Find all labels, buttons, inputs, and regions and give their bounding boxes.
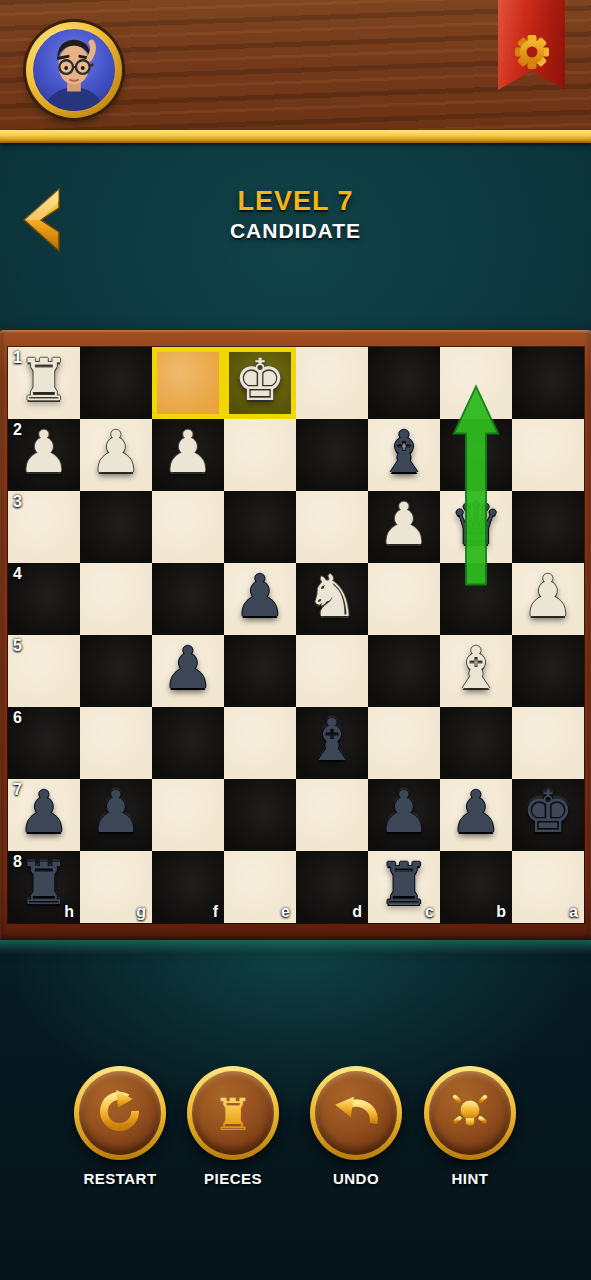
file-label-c: c [425, 903, 434, 921]
square-c2[interactable]: ♝ [368, 419, 440, 491]
square-e8[interactable]: e [224, 851, 296, 923]
square-f8[interactable]: f [152, 851, 224, 923]
piece-black-bishop[interactable]: ♝ [368, 416, 440, 488]
level-subtitle: CANDIDATE [0, 219, 591, 243]
square-g8[interactable]: g [80, 851, 152, 923]
square-d7[interactable] [296, 779, 368, 851]
square-b3[interactable]: ♛ [440, 491, 512, 563]
piece-black-pawn[interactable]: ♟ [440, 776, 512, 848]
square-a7[interactable]: ♚ [512, 779, 584, 851]
tool-restart: RESTART [60, 1066, 180, 1187]
tool-undo: UNDO [296, 1066, 416, 1187]
hint-label: HINT [410, 1170, 530, 1187]
avatar-portrait [33, 29, 115, 111]
tool-pieces: ♜ PIECES [173, 1066, 293, 1187]
undo-label: UNDO [296, 1170, 416, 1187]
piece-black-queen[interactable]: ♛ [440, 488, 512, 560]
piece-black-king[interactable]: ♚ [512, 776, 584, 848]
hint-button[interactable] [424, 1066, 516, 1160]
square-d3[interactable] [296, 491, 368, 563]
square-e6[interactable] [224, 707, 296, 779]
square-a6[interactable] [512, 707, 584, 779]
square-d1[interactable] [296, 347, 368, 419]
rank-label-2: 2 [13, 421, 22, 439]
rank-label-3: 3 [13, 493, 22, 511]
square-c4[interactable] [368, 563, 440, 635]
square-a8[interactable]: a [512, 851, 584, 923]
square-g6[interactable] [80, 707, 152, 779]
file-label-b: b [496, 903, 506, 921]
square-c8[interactable]: c♜ [368, 851, 440, 923]
rank-label-6: 6 [13, 709, 22, 727]
file-label-d: d [352, 903, 362, 921]
square-b5[interactable]: ♝ [440, 635, 512, 707]
file-label-g: g [136, 903, 146, 921]
hint-icon [445, 1088, 495, 1138]
restart-icon [95, 1088, 145, 1138]
svg-text:♜: ♜ [213, 1089, 252, 1138]
avatar[interactable] [26, 22, 122, 118]
rank-label-7: 7 [13, 781, 22, 799]
square-b8[interactable]: b [440, 851, 512, 923]
square-g7[interactable]: ♟ [80, 779, 152, 851]
piece-white-king[interactable]: ♚ [224, 344, 296, 416]
square-d5[interactable] [296, 635, 368, 707]
gear-icon [510, 30, 554, 74]
square-g2[interactable]: ♟ [80, 419, 152, 491]
pieces-icon: ♜ [208, 1088, 258, 1138]
board-glow [0, 940, 591, 954]
square-f6[interactable] [152, 707, 224, 779]
restart-label: RESTART [60, 1170, 180, 1187]
square-e4[interactable]: ♟ [224, 563, 296, 635]
square-f5[interactable]: ♟ [152, 635, 224, 707]
file-label-e: e [281, 903, 290, 921]
piece-black-pawn[interactable]: ♟ [80, 776, 152, 848]
square-b6[interactable] [440, 707, 512, 779]
undo-button[interactable] [310, 1066, 402, 1160]
top-bar [0, 0, 591, 131]
square-h3[interactable]: 3 [8, 491, 80, 563]
square-f7[interactable] [152, 779, 224, 851]
piece-white-bishop[interactable]: ♝ [440, 632, 512, 704]
square-h1[interactable]: 1♜ [8, 347, 80, 419]
file-label-a: a [569, 903, 578, 921]
piece-black-pawn[interactable]: ♟ [368, 776, 440, 848]
square-h8[interactable]: 8h♜ [8, 851, 80, 923]
square-b1[interactable] [440, 347, 512, 419]
square-a1[interactable] [512, 347, 584, 419]
square-a2[interactable] [512, 419, 584, 491]
square-c5[interactable] [368, 635, 440, 707]
piece-black-pawn[interactable]: ♟ [224, 560, 296, 632]
square-f4[interactable] [152, 563, 224, 635]
square-d4[interactable]: ♞ [296, 563, 368, 635]
restart-button[interactable] [74, 1066, 166, 1160]
square-g5[interactable] [80, 635, 152, 707]
rank-label-8: 8 [13, 853, 22, 871]
tool-hint: HINT [410, 1066, 530, 1187]
piece-white-pawn[interactable]: ♟ [152, 416, 224, 488]
chess-board[interactable]: 1♜♚2♟♟♟♝3♟♛4♟♞♟5♟♝6♝7♟♟♟♟♚8h♜gfedc♜ba [8, 347, 584, 923]
square-d8[interactable]: d [296, 851, 368, 923]
square-g3[interactable] [80, 491, 152, 563]
square-c3[interactable]: ♟ [368, 491, 440, 563]
square-b2[interactable] [440, 419, 512, 491]
square-b7[interactable]: ♟ [440, 779, 512, 851]
square-h4[interactable]: 4 [8, 563, 80, 635]
square-a4[interactable]: ♟ [512, 563, 584, 635]
square-e2[interactable] [224, 419, 296, 491]
square-d2[interactable] [296, 419, 368, 491]
square-g4[interactable] [80, 563, 152, 635]
piece-black-bishop[interactable]: ♝ [296, 704, 368, 776]
square-h2[interactable]: 2♟ [8, 419, 80, 491]
undo-icon [331, 1088, 381, 1138]
file-label-f: f [213, 903, 218, 921]
header-gold-bar [0, 130, 591, 143]
piece-white-pawn[interactable]: ♟ [80, 416, 152, 488]
square-h7[interactable]: 7♟ [8, 779, 80, 851]
square-f1[interactable] [152, 347, 224, 419]
square-h6[interactable]: 6 [8, 707, 80, 779]
rank-label-5: 5 [13, 637, 22, 655]
square-a3[interactable] [512, 491, 584, 563]
square-c6[interactable] [368, 707, 440, 779]
rank-label-4: 4 [13, 565, 22, 583]
square-c1[interactable] [368, 347, 440, 419]
square-a5[interactable] [512, 635, 584, 707]
file-label-h: h [64, 903, 74, 921]
square-e5[interactable] [224, 635, 296, 707]
pieces-label: PIECES [173, 1170, 293, 1187]
piece-white-pawn[interactable]: ♟ [368, 488, 440, 560]
square-e3[interactable] [224, 491, 296, 563]
rank-label-1: 1 [13, 349, 22, 367]
player-face-illustration [33, 29, 115, 111]
square-h5[interactable]: 5 [8, 635, 80, 707]
piece-white-pawn[interactable]: ♟ [512, 560, 584, 632]
settings-ribbon[interactable] [498, 0, 565, 90]
square-e7[interactable] [224, 779, 296, 851]
piece-black-pawn[interactable]: ♟ [152, 632, 224, 704]
square-e1[interactable]: ♚ [224, 347, 296, 419]
level-title: LEVEL 7 [0, 186, 591, 217]
square-f2[interactable]: ♟ [152, 419, 224, 491]
square-b4[interactable] [440, 563, 512, 635]
app-screen: LEVEL 7 CANDIDATE 1♜♚2♟♟♟♝3♟♛4♟♞♟5♟♝6♝7♟… [0, 0, 591, 1280]
pieces-button[interactable]: ♜ [187, 1066, 279, 1160]
piece-white-knight[interactable]: ♞ [296, 560, 368, 632]
square-f3[interactable] [152, 491, 224, 563]
board-frame: 1♜♚2♟♟♟♝3♟♛4♟♞♟5♟♝6♝7♟♟♟♟♚8h♜gfedc♜ba [0, 330, 591, 940]
square-c7[interactable]: ♟ [368, 779, 440, 851]
square-g1[interactable] [80, 347, 152, 419]
square-d6[interactable]: ♝ [296, 707, 368, 779]
